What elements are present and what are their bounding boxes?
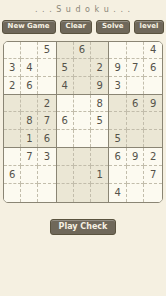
clear-button[interactable]: Clear xyxy=(60,20,92,34)
cell-r2c8[interactable]: 7 xyxy=(127,59,145,76)
cell-r7c5[interactable] xyxy=(74,148,91,166)
level-button[interactable]: level xyxy=(134,20,165,34)
block-3-2: 1 xyxy=(57,148,110,201)
cell-r1c8[interactable] xyxy=(127,42,145,59)
block-1-3: 49763 xyxy=(109,42,162,95)
cell-r1c1[interactable] xyxy=(4,42,21,59)
cell-r7c4[interactable] xyxy=(57,148,74,166)
cell-r8c1[interactable]: 6 xyxy=(4,166,21,184)
cell-r5c1[interactable] xyxy=(4,112,21,129)
cell-r4c5[interactable] xyxy=(74,95,91,112)
cell-r7c8[interactable]: 9 xyxy=(127,148,145,166)
block-3-1: 736 xyxy=(4,148,57,201)
cell-r1c9[interactable]: 4 xyxy=(144,42,162,59)
new-game-button[interactable]: New Game xyxy=(2,20,56,34)
cell-r5c6[interactable]: 5 xyxy=(91,112,108,129)
play-check-button[interactable]: Play Check xyxy=(50,219,117,236)
cell-r4c4[interactable] xyxy=(57,95,74,112)
cell-r5c7[interactable] xyxy=(109,112,127,129)
block-1-1: 53426 xyxy=(4,42,57,95)
cell-r6c9[interactable] xyxy=(144,130,162,147)
cell-r5c2[interactable]: 8 xyxy=(21,112,38,129)
cell-r9c3[interactable] xyxy=(38,184,55,202)
cell-r8c7[interactable] xyxy=(109,166,127,184)
cell-r7c9[interactable]: 2 xyxy=(144,148,162,166)
cell-r5c3[interactable]: 7 xyxy=(38,112,55,129)
cell-r9c8[interactable] xyxy=(127,184,145,202)
cell-r6c6[interactable] xyxy=(91,130,108,147)
toolbar: New Game Clear Solve level xyxy=(0,20,166,34)
cell-r2c6[interactable]: 2 xyxy=(91,59,108,76)
block-1-2: 65249 xyxy=(57,42,110,95)
cell-r5c4[interactable]: 6 xyxy=(57,112,74,129)
playcheck-row: Play Check xyxy=(0,214,166,236)
cell-r9c1[interactable] xyxy=(4,184,21,202)
cell-r9c6[interactable] xyxy=(91,184,108,202)
cell-r3c4[interactable]: 4 xyxy=(57,77,74,94)
sudoku-app: . . . S u d o k u . . . New Game Clear S… xyxy=(0,0,166,296)
cell-r4c8[interactable]: 6 xyxy=(127,95,145,112)
cell-r4c2[interactable] xyxy=(21,95,38,112)
cell-r6c1[interactable] xyxy=(4,130,21,147)
block-2-2: 865 xyxy=(57,95,110,148)
cell-r1c3[interactable]: 5 xyxy=(38,42,55,59)
cell-r1c4[interactable] xyxy=(57,42,74,59)
cell-r4c6[interactable]: 8 xyxy=(91,95,108,112)
cell-r9c9[interactable] xyxy=(144,184,162,202)
cell-r3c8[interactable] xyxy=(127,77,145,94)
cell-r9c5[interactable] xyxy=(74,184,91,202)
block-2-3: 695 xyxy=(109,95,162,148)
cell-r8c4[interactable] xyxy=(57,166,74,184)
cell-r1c2[interactable] xyxy=(21,42,38,59)
cell-r3c7[interactable]: 3 xyxy=(109,77,127,94)
cell-r1c6[interactable] xyxy=(91,42,108,59)
cell-r2c5[interactable] xyxy=(74,59,91,76)
cell-r7c7[interactable]: 6 xyxy=(109,148,127,166)
cell-r3c3[interactable] xyxy=(38,77,55,94)
cell-r3c2[interactable]: 6 xyxy=(21,77,38,94)
cell-r3c5[interactable] xyxy=(74,77,91,94)
solve-button[interactable]: Solve xyxy=(96,20,130,34)
cell-r4c1[interactable] xyxy=(4,95,21,112)
cell-r1c5[interactable]: 6 xyxy=(74,42,91,59)
cell-r8c9[interactable]: 7 xyxy=(144,166,162,184)
cell-r9c7[interactable]: 4 xyxy=(109,184,127,202)
cell-r4c7[interactable] xyxy=(109,95,127,112)
cell-r5c5[interactable] xyxy=(74,112,91,129)
block-2-1: 28716 xyxy=(4,95,57,148)
cell-r1c7[interactable] xyxy=(109,42,127,59)
cell-r7c2[interactable]: 7 xyxy=(21,148,38,166)
cell-r8c2[interactable] xyxy=(21,166,38,184)
cell-r5c9[interactable] xyxy=(144,112,162,129)
cell-r9c4[interactable] xyxy=(57,184,74,202)
cell-r6c7[interactable]: 5 xyxy=(109,130,127,147)
app-title: . . . S u d o k u . . . xyxy=(0,0,166,14)
cell-r2c1[interactable]: 3 xyxy=(4,59,21,76)
cell-r2c9[interactable]: 6 xyxy=(144,59,162,76)
cell-r9c2[interactable] xyxy=(21,184,38,202)
cell-r2c7[interactable]: 9 xyxy=(109,59,127,76)
cell-r8c5[interactable] xyxy=(74,166,91,184)
cell-r8c6[interactable]: 1 xyxy=(91,166,108,184)
cell-r8c8[interactable] xyxy=(127,166,145,184)
cell-r4c3[interactable]: 2 xyxy=(38,95,55,112)
cell-r7c1[interactable] xyxy=(4,148,21,166)
cell-r6c5[interactable] xyxy=(74,130,91,147)
cell-r7c3[interactable]: 3 xyxy=(38,148,55,166)
sudoku-board: 53426652494976328716865695736169274 xyxy=(3,41,163,203)
cell-r8c3[interactable] xyxy=(38,166,55,184)
cell-r6c2[interactable]: 1 xyxy=(21,130,38,147)
cell-r4c9[interactable]: 9 xyxy=(144,95,162,112)
cell-r3c1[interactable]: 2 xyxy=(4,77,21,94)
cell-r2c4[interactable]: 5 xyxy=(57,59,74,76)
cell-r7c6[interactable] xyxy=(91,148,108,166)
cell-r3c9[interactable] xyxy=(144,77,162,94)
cell-r2c3[interactable] xyxy=(38,59,55,76)
cell-r5c8[interactable] xyxy=(127,112,145,129)
cell-r6c8[interactable] xyxy=(127,130,145,147)
cell-r3c6[interactable]: 9 xyxy=(91,77,108,94)
block-3-3: 69274 xyxy=(109,148,162,201)
cell-r6c3[interactable]: 6 xyxy=(38,130,55,147)
cell-r6c4[interactable] xyxy=(57,130,74,147)
cell-r2c2[interactable]: 4 xyxy=(21,59,38,76)
